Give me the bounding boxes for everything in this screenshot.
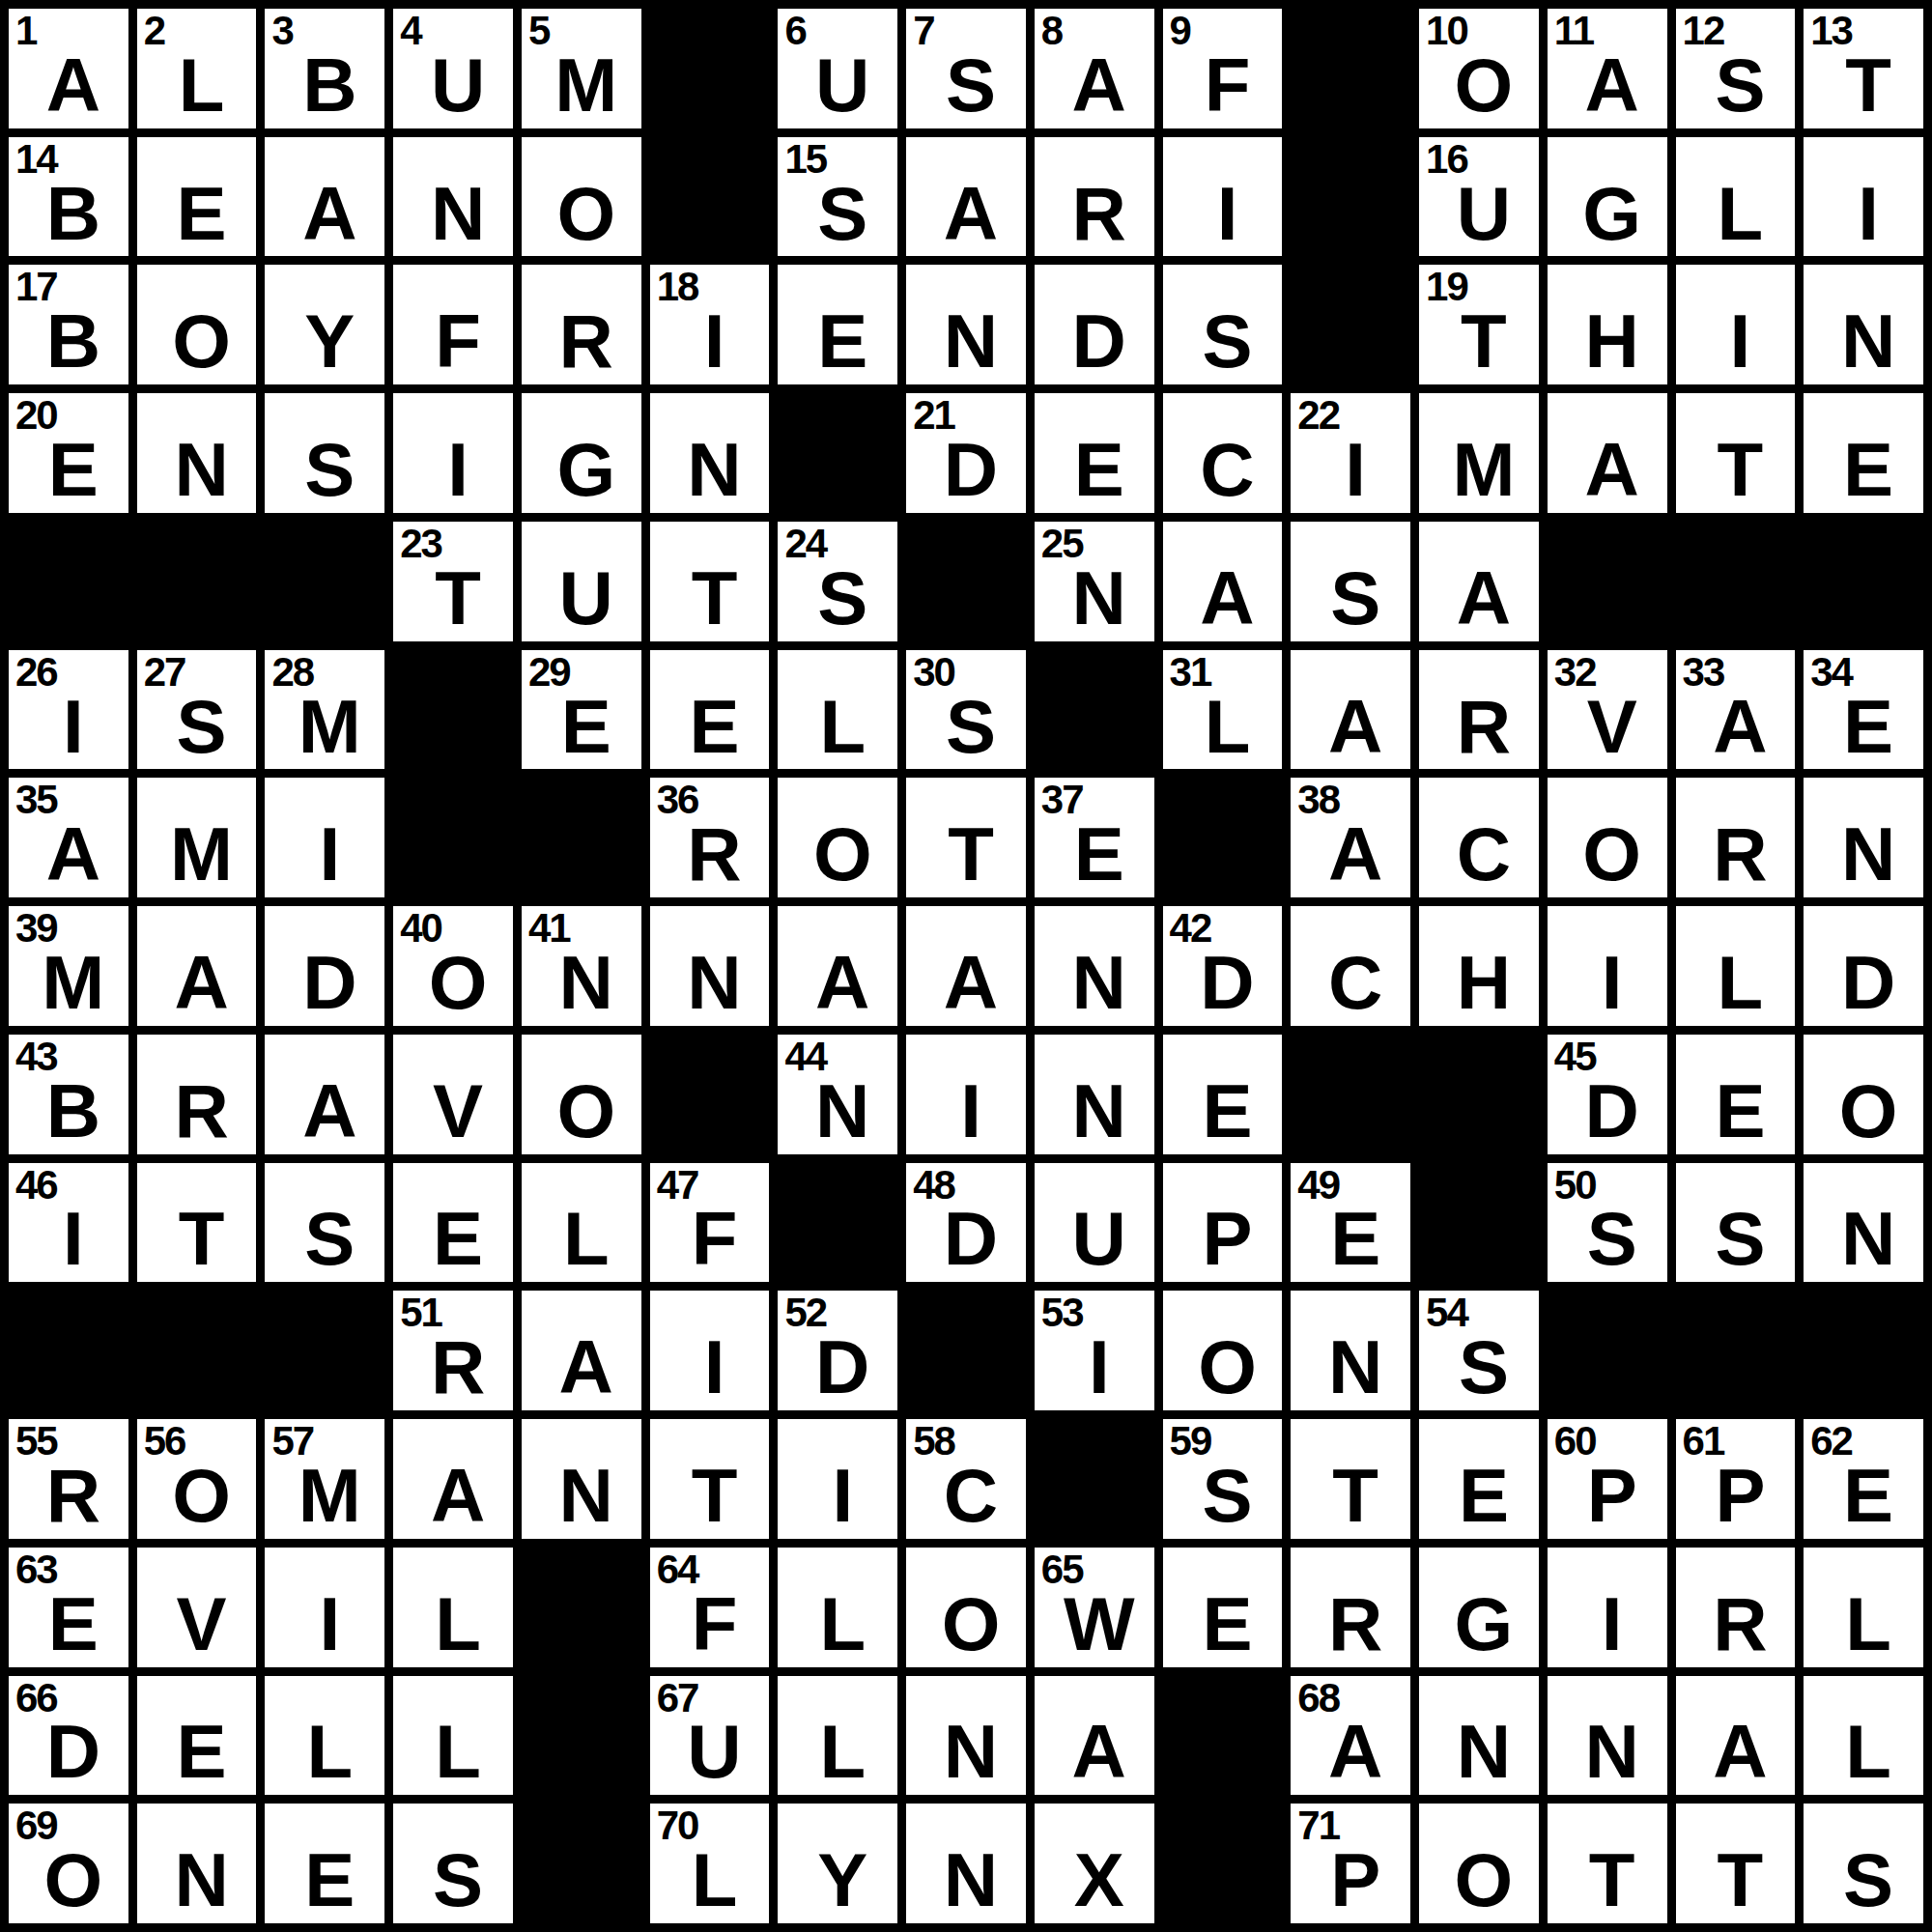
cell-r5c12[interactable]: A	[1419, 522, 1539, 641]
cell-letter: R	[393, 1291, 513, 1410]
cell-r7c13[interactable]: O	[1548, 778, 1667, 897]
cell-letter: D	[9, 1676, 128, 1796]
cell-r13c1[interactable]: 63E	[9, 1548, 128, 1667]
block-r9c12	[1419, 1035, 1539, 1154]
cell-letter: P	[1291, 1804, 1410, 1923]
cell-r10c2[interactable]: T	[137, 1163, 257, 1283]
cell-r11c12[interactable]: 54S	[1419, 1291, 1539, 1410]
cell-r14c9[interactable]: A	[1035, 1676, 1154, 1796]
block-r6c4	[393, 650, 513, 770]
block-r11c1	[9, 1291, 128, 1410]
cell-r9c3[interactable]: A	[265, 1035, 384, 1154]
cell-r9c13[interactable]: 45D	[1548, 1035, 1667, 1154]
cell-r15c7[interactable]: Y	[778, 1804, 897, 1923]
cell-r7c15[interactable]: N	[1804, 778, 1923, 897]
cell-r11c9[interactable]: 53I	[1035, 1291, 1154, 1410]
cell-r8c13[interactable]: I	[1548, 906, 1667, 1026]
cell-r12c11[interactable]: T	[1291, 1419, 1410, 1539]
block-r10c7	[778, 1163, 897, 1283]
cell-r9c15[interactable]: O	[1804, 1035, 1923, 1154]
block-r4c7	[778, 393, 897, 513]
cell-r1c4[interactable]: 4U	[393, 9, 513, 128]
block-r1c11	[1291, 9, 1410, 128]
cell-r6c12[interactable]: R	[1419, 650, 1539, 770]
cell-r8c14[interactable]: L	[1676, 906, 1796, 1026]
cell-letter: L	[1804, 1676, 1923, 1796]
block-r7c5	[522, 778, 641, 897]
cell-letter: E	[393, 1163, 513, 1283]
cell-r4c14[interactable]: T	[1676, 393, 1796, 513]
cell-r1c14[interactable]: 12S	[1676, 9, 1796, 128]
cell-r7c12[interactable]: C	[1419, 778, 1539, 897]
cell-r7c14[interactable]: R	[1676, 778, 1796, 897]
cell-letter: P	[1163, 1163, 1283, 1283]
cell-letter: A	[393, 1419, 513, 1539]
cell-letter: A	[137, 906, 257, 1026]
cell-r6c11[interactable]: A	[1291, 650, 1410, 770]
cell-r4c2[interactable]: N	[137, 393, 257, 513]
cell-r8c10[interactable]: 42D	[1163, 906, 1283, 1026]
cell-letter: U	[393, 9, 513, 128]
cell-r13c14[interactable]: R	[1676, 1548, 1796, 1667]
block-r11c13	[1548, 1291, 1667, 1410]
cell-r15c12[interactable]: O	[1419, 1804, 1539, 1923]
cell-r12c7[interactable]: I	[778, 1419, 897, 1539]
cell-r6c1[interactable]: 26I	[9, 650, 128, 770]
cell-letter: S	[1163, 265, 1283, 384]
cell-r1c2[interactable]: 2L	[137, 9, 257, 128]
cell-r12c3[interactable]: 57M	[265, 1419, 384, 1539]
cell-letter: O	[522, 1035, 641, 1154]
cell-r7c8[interactable]: T	[906, 778, 1026, 897]
cell-r6c14[interactable]: 33A	[1676, 650, 1796, 770]
cell-r15c9[interactable]: X	[1035, 1804, 1154, 1923]
cell-letter: A	[778, 906, 897, 1026]
cell-letter: C	[1163, 393, 1283, 513]
cell-r4c15[interactable]: E	[1804, 393, 1923, 513]
cell-r7c7[interactable]: O	[778, 778, 897, 897]
cell-letter: B	[9, 1035, 128, 1154]
cell-r11c10[interactable]: O	[1163, 1291, 1283, 1410]
block-r5c1	[9, 522, 128, 641]
cell-r8c2[interactable]: A	[137, 906, 257, 1026]
cell-r8c7[interactable]: A	[778, 906, 897, 1026]
cell-r12c15[interactable]: 62E	[1804, 1419, 1923, 1539]
cell-r13c2[interactable]: V	[137, 1548, 257, 1667]
cell-r14c1[interactable]: 66D	[9, 1676, 128, 1796]
cell-r1c3[interactable]: 3B	[265, 9, 384, 128]
cell-r7c1[interactable]: 35A	[9, 778, 128, 897]
cell-r4c4[interactable]: I	[393, 393, 513, 513]
cell-r2c3[interactable]: A	[265, 137, 384, 257]
cell-letter: L	[778, 1548, 897, 1667]
cell-r6c6[interactable]: E	[650, 650, 770, 770]
cell-r3c5[interactable]: R	[522, 265, 641, 384]
cell-r10c10[interactable]: P	[1163, 1163, 1283, 1283]
cell-letter: I	[1804, 137, 1923, 257]
cell-r15c14[interactable]: T	[1676, 1804, 1796, 1923]
block-r2c11	[1291, 137, 1410, 257]
cell-letter: I	[650, 265, 770, 384]
cell-r12c1[interactable]: 55R	[9, 1419, 128, 1539]
cell-r2c4[interactable]: N	[393, 137, 513, 257]
cell-letter: S	[1291, 522, 1410, 641]
cell-r7c3[interactable]: I	[265, 778, 384, 897]
cell-r4c6[interactable]: N	[650, 393, 770, 513]
cell-r9c5[interactable]: O	[522, 1035, 641, 1154]
cell-r2c14[interactable]: L	[1676, 137, 1796, 257]
cell-letter: T	[650, 1419, 770, 1539]
cell-r9c2[interactable]: R	[137, 1035, 257, 1154]
cell-letter: R	[1676, 1548, 1796, 1667]
cell-r8c11[interactable]: C	[1291, 906, 1410, 1026]
cell-letter: N	[1804, 778, 1923, 897]
cell-letter: S	[906, 650, 1026, 770]
cell-r15c8[interactable]: N	[906, 1804, 1026, 1923]
cell-r4c5[interactable]: G	[522, 393, 641, 513]
cell-letter: S	[393, 1804, 513, 1923]
cell-r7c2[interactable]: M	[137, 778, 257, 897]
cell-letter: I	[906, 1035, 1026, 1154]
cell-letter: M	[522, 9, 641, 128]
cell-r8c3[interactable]: D	[265, 906, 384, 1026]
cell-r14c15[interactable]: L	[1804, 1676, 1923, 1796]
cell-r11c6[interactable]: I	[650, 1291, 770, 1410]
cell-letter: N	[1035, 1035, 1154, 1154]
cell-letter: D	[1804, 906, 1923, 1026]
cell-r2c12[interactable]: 16U	[1419, 137, 1539, 257]
cell-letter: A	[1548, 393, 1667, 513]
cell-r4c1[interactable]: 20E	[9, 393, 128, 513]
cell-letter: G	[1419, 1548, 1539, 1667]
cell-r1c9[interactable]: 8A	[1035, 9, 1154, 128]
cell-r5c10[interactable]: A	[1163, 522, 1283, 641]
cell-r6c5[interactable]: 29E	[522, 650, 641, 770]
cell-r8c5[interactable]: 41N	[522, 906, 641, 1026]
cell-letter: N	[522, 1419, 641, 1539]
cell-r14c4[interactable]: L	[393, 1676, 513, 1796]
cell-r3c8[interactable]: N	[906, 265, 1026, 384]
cell-letter: S	[1163, 1419, 1283, 1539]
cell-r2c13[interactable]: G	[1548, 137, 1667, 257]
cell-r3c13[interactable]: H	[1548, 265, 1667, 384]
cell-r15c11[interactable]: 71P	[1291, 1804, 1410, 1923]
cell-letter: O	[1163, 1291, 1283, 1410]
block-r7c4	[393, 778, 513, 897]
cell-letter: O	[137, 265, 257, 384]
cell-r5c11[interactable]: S	[1291, 522, 1410, 641]
cell-r15c3[interactable]: E	[265, 1804, 384, 1923]
cell-r11c7[interactable]: 52D	[778, 1291, 897, 1410]
cell-r14c14[interactable]: A	[1676, 1676, 1796, 1796]
cell-letter: C	[906, 1419, 1026, 1539]
cell-r8c6[interactable]: N	[650, 906, 770, 1026]
cell-r13c13[interactable]: I	[1548, 1548, 1667, 1667]
cell-r12c10[interactable]: 59S	[1163, 1419, 1283, 1539]
cell-r13c15[interactable]: L	[1804, 1548, 1923, 1667]
block-r14c10	[1163, 1676, 1283, 1796]
cell-letter: E	[1676, 1035, 1796, 1154]
cell-letter: X	[1035, 1804, 1154, 1923]
cell-r5c6[interactable]: T	[650, 522, 770, 641]
block-r5c8	[906, 522, 1026, 641]
cell-letter: A	[1419, 522, 1539, 641]
cell-letter: E	[1035, 393, 1154, 513]
cell-letter: U	[778, 9, 897, 128]
cell-letter: G	[522, 393, 641, 513]
cell-r14c8[interactable]: N	[906, 1676, 1026, 1796]
block-r11c8	[906, 1291, 1026, 1410]
cell-r3c6[interactable]: 18I	[650, 265, 770, 384]
cell-r3c7[interactable]: E	[778, 265, 897, 384]
cell-r1c15[interactable]: 13T	[1804, 9, 1923, 128]
cell-r10c8[interactable]: 48D	[906, 1163, 1026, 1283]
cell-r14c11[interactable]: 68A	[1291, 1676, 1410, 1796]
cell-r2c10[interactable]: I	[1163, 137, 1283, 257]
cell-r13c3[interactable]: I	[265, 1548, 384, 1667]
cell-r15c4[interactable]: S	[393, 1804, 513, 1923]
cell-letter: L	[137, 9, 257, 128]
cell-r3c3[interactable]: Y	[265, 265, 384, 384]
cell-r6c7[interactable]: L	[778, 650, 897, 770]
cell-r6c10[interactable]: 31L	[1163, 650, 1283, 770]
cell-r1c8[interactable]: 7S	[906, 9, 1026, 128]
cell-letter: M	[1419, 393, 1539, 513]
cell-r15c2[interactable]: N	[137, 1804, 257, 1923]
cell-letter: F	[1163, 9, 1283, 128]
cell-r14c13[interactable]: N	[1548, 1676, 1667, 1796]
cell-r1c10[interactable]: 9F	[1163, 9, 1283, 128]
cell-letter: I	[1163, 137, 1283, 257]
cell-r4c8[interactable]: 21D	[906, 393, 1026, 513]
cell-letter: U	[1419, 137, 1539, 257]
cell-r5c9[interactable]: 25N	[1035, 522, 1154, 641]
cell-letter: O	[393, 906, 513, 1026]
cell-r10c13[interactable]: 50S	[1548, 1163, 1667, 1283]
cell-r12c12[interactable]: E	[1419, 1419, 1539, 1539]
cell-letter: N	[906, 265, 1026, 384]
cell-letter: N	[1804, 1163, 1923, 1283]
block-r6c9	[1035, 650, 1154, 770]
cell-r12c14[interactable]: 61P	[1676, 1419, 1796, 1539]
cell-r8c8[interactable]: A	[906, 906, 1026, 1026]
cell-letter: F	[650, 1548, 770, 1667]
cell-letter: A	[265, 1035, 384, 1154]
cell-r2c2[interactable]: E	[137, 137, 257, 257]
cell-r12c6[interactable]: T	[650, 1419, 770, 1539]
cell-r14c2[interactable]: E	[137, 1676, 257, 1796]
cell-r3c14[interactable]: I	[1676, 265, 1796, 384]
cell-letter: Y	[265, 265, 384, 384]
cell-r13c8[interactable]: O	[906, 1548, 1026, 1667]
cell-r8c12[interactable]: H	[1419, 906, 1539, 1026]
cell-letter: R	[650, 778, 770, 897]
cell-r10c5[interactable]: L	[522, 1163, 641, 1283]
cell-letter: R	[137, 1035, 257, 1154]
cell-letter: A	[1676, 650, 1796, 770]
cell-r9c7[interactable]: 44N	[778, 1035, 897, 1154]
cell-letter: E	[265, 1804, 384, 1923]
cell-r2c5[interactable]: O	[522, 137, 641, 257]
cell-r10c15[interactable]: N	[1804, 1163, 1923, 1283]
cell-letter: A	[9, 9, 128, 128]
cell-r5c5[interactable]: U	[522, 522, 641, 641]
cell-letter: T	[137, 1163, 257, 1283]
cell-r9c14[interactable]: E	[1676, 1035, 1796, 1154]
cell-r4c10[interactable]: C	[1163, 393, 1283, 513]
cell-r9c4[interactable]: V	[393, 1035, 513, 1154]
cell-letter: R	[1676, 778, 1796, 897]
cell-letter: I	[1291, 393, 1410, 513]
cell-letter: B	[9, 265, 128, 384]
cell-r10c9[interactable]: U	[1035, 1163, 1154, 1283]
cell-r2c15[interactable]: I	[1804, 137, 1923, 257]
cell-r10c1[interactable]: 46I	[9, 1163, 128, 1283]
block-r12c9	[1035, 1419, 1154, 1539]
cell-r3c4[interactable]: F	[393, 265, 513, 384]
cell-r12c5[interactable]: N	[522, 1419, 641, 1539]
cell-r15c1[interactable]: 69O	[9, 1804, 128, 1923]
cell-letter: R	[9, 1419, 128, 1539]
cell-r3c9[interactable]: D	[1035, 265, 1154, 384]
cell-r1c5[interactable]: 5M	[522, 9, 641, 128]
cell-letter: S	[265, 393, 384, 513]
cell-letter: N	[1419, 1676, 1539, 1796]
cell-r8c15[interactable]: D	[1804, 906, 1923, 1026]
cell-r10c14[interactable]: S	[1676, 1163, 1796, 1283]
cell-r7c6[interactable]: 36R	[650, 778, 770, 897]
cell-r4c13[interactable]: A	[1548, 393, 1667, 513]
cell-r6c3[interactable]: 28M	[265, 650, 384, 770]
cell-letter: L	[1676, 137, 1796, 257]
cell-r5c4[interactable]: 23T	[393, 522, 513, 641]
cell-r3c12[interactable]: 19T	[1419, 265, 1539, 384]
cell-letter: A	[1291, 778, 1410, 897]
cell-r9c8[interactable]: I	[906, 1035, 1026, 1154]
cell-r4c9[interactable]: E	[1035, 393, 1154, 513]
cell-r10c6[interactable]: 47F	[650, 1163, 770, 1283]
cell-r15c13[interactable]: T	[1548, 1804, 1667, 1923]
cell-r13c4[interactable]: L	[393, 1548, 513, 1667]
cell-letter: A	[1548, 9, 1667, 128]
cell-r1c12[interactable]: 10O	[1419, 9, 1539, 128]
cell-r3c1[interactable]: 17B	[9, 265, 128, 384]
cell-r2c8[interactable]: A	[906, 137, 1026, 257]
cell-letter: F	[393, 265, 513, 384]
cell-r12c8[interactable]: 58C	[906, 1419, 1026, 1539]
cell-letter: V	[137, 1548, 257, 1667]
cell-r3c10[interactable]: S	[1163, 265, 1283, 384]
cell-r3c2[interactable]: O	[137, 265, 257, 384]
cell-r14c12[interactable]: N	[1419, 1676, 1539, 1796]
cell-r15c6[interactable]: 70L	[650, 1804, 770, 1923]
cell-r1c7[interactable]: 6U	[778, 9, 897, 128]
cell-letter: R	[522, 265, 641, 384]
cell-r13c12[interactable]: G	[1419, 1548, 1539, 1667]
cell-r8c1[interactable]: 39M	[9, 906, 128, 1026]
cell-r4c12[interactable]: M	[1419, 393, 1539, 513]
cell-r12c2[interactable]: 56O	[137, 1419, 257, 1539]
cell-r10c4[interactable]: E	[393, 1163, 513, 1283]
cell-letter: I	[650, 1291, 770, 1410]
cell-r3c15[interactable]: N	[1804, 265, 1923, 384]
cell-letter: O	[9, 1804, 128, 1923]
cell-r15c15[interactable]: S	[1804, 1804, 1923, 1923]
cell-r5c7[interactable]: 24S	[778, 522, 897, 641]
cell-letter: T	[1548, 1804, 1667, 1923]
cell-r14c6[interactable]: 67U	[650, 1676, 770, 1796]
cell-r4c3[interactable]: S	[265, 393, 384, 513]
block-r11c2	[137, 1291, 257, 1410]
cell-letter: S	[1676, 9, 1796, 128]
cell-r8c4[interactable]: 40O	[393, 906, 513, 1026]
cell-letter: D	[1035, 265, 1154, 384]
cell-r6c13[interactable]: 32V	[1548, 650, 1667, 770]
cell-letter: U	[650, 1676, 770, 1796]
cell-r11c5[interactable]: A	[522, 1291, 641, 1410]
cell-r9c10[interactable]: E	[1163, 1035, 1283, 1154]
cell-letter: T	[1804, 9, 1923, 128]
cell-letter: F	[650, 1163, 770, 1283]
cell-r6c8[interactable]: 30S	[906, 650, 1026, 770]
cell-letter: I	[265, 1548, 384, 1667]
cell-r12c4[interactable]: A	[393, 1419, 513, 1539]
cell-r1c13[interactable]: 11A	[1548, 9, 1667, 128]
cell-r6c15[interactable]: 34E	[1804, 650, 1923, 770]
cell-r13c9[interactable]: 65W	[1035, 1548, 1154, 1667]
cell-letter: E	[137, 137, 257, 257]
cell-r13c10[interactable]: E	[1163, 1548, 1283, 1667]
cell-letter: A	[1291, 650, 1410, 770]
cell-letter: T	[1419, 265, 1539, 384]
cell-r7c11[interactable]: 38A	[1291, 778, 1410, 897]
cell-r14c7[interactable]: L	[778, 1676, 897, 1796]
cell-r8c9[interactable]: N	[1035, 906, 1154, 1026]
cell-letter: A	[1676, 1676, 1796, 1796]
cell-letter: E	[522, 650, 641, 770]
crossword-grid: 1A2L3B4U5M6U7S8A9F10O11A12S13T14BEANO15S…	[0, 0, 1932, 1932]
cell-letter: O	[522, 137, 641, 257]
cell-r9c9[interactable]: N	[1035, 1035, 1154, 1154]
cell-r1c1[interactable]: 1A	[9, 9, 128, 128]
cell-r2c7[interactable]: 15S	[778, 137, 897, 257]
cell-r11c4[interactable]: 51R	[393, 1291, 513, 1410]
cell-r13c7[interactable]: L	[778, 1548, 897, 1667]
cell-letter: L	[1804, 1548, 1923, 1667]
cell-r4c11[interactable]: 22I	[1291, 393, 1410, 513]
cell-r2c9[interactable]: R	[1035, 137, 1154, 257]
block-r5c3	[265, 522, 384, 641]
cell-r11c11[interactable]: N	[1291, 1291, 1410, 1410]
cell-letter: E	[650, 650, 770, 770]
cell-letter: S	[1676, 1163, 1796, 1283]
cell-r13c6[interactable]: 64F	[650, 1548, 770, 1667]
cell-letter: L	[393, 1548, 513, 1667]
cell-r10c3[interactable]: S	[265, 1163, 384, 1283]
cell-r12c13[interactable]: 60P	[1548, 1419, 1667, 1539]
cell-letter: E	[1163, 1035, 1283, 1154]
cell-r13c11[interactable]: R	[1291, 1548, 1410, 1667]
cell-r10c11[interactable]: 49E	[1291, 1163, 1410, 1283]
block-r11c15	[1804, 1291, 1923, 1410]
cell-letter: I	[265, 778, 384, 897]
cell-letter: L	[265, 1676, 384, 1796]
cell-r6c2[interactable]: 27S	[137, 650, 257, 770]
cell-r7c9[interactable]: 37E	[1035, 778, 1154, 897]
cell-r9c1[interactable]: 43B	[9, 1035, 128, 1154]
cell-r14c3[interactable]: L	[265, 1676, 384, 1796]
cell-r2c1[interactable]: 14B	[9, 137, 128, 257]
